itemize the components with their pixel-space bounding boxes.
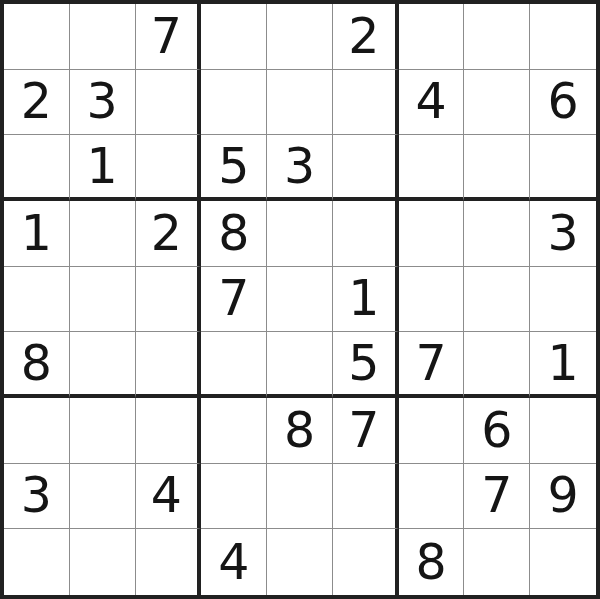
given-digit-r8c8[interactable]: 7: [464, 464, 530, 530]
given-digit-r6c6[interactable]: 5: [333, 332, 399, 398]
given-digit-r4c9[interactable]: 3: [530, 201, 596, 267]
cell-r9c5[interactable]: [267, 529, 333, 595]
sudoku-board: 7223461531283718571876347948: [0, 0, 600, 599]
cell-r1c8[interactable]: [464, 4, 530, 70]
cell-r6c5[interactable]: [267, 332, 333, 398]
cell-r1c2[interactable]: [70, 4, 136, 70]
cell-r6c8[interactable]: [464, 332, 530, 398]
cell-r8c5[interactable]: [267, 464, 333, 530]
cell-r6c2[interactable]: [70, 332, 136, 398]
cell-r7c9[interactable]: [530, 398, 596, 464]
cell-r3c3[interactable]: [136, 135, 202, 201]
given-digit-r7c6[interactable]: 7: [333, 398, 399, 464]
cell-r1c4[interactable]: [201, 4, 267, 70]
cell-r2c4[interactable]: [201, 70, 267, 136]
cell-r7c4[interactable]: [201, 398, 267, 464]
given-digit-r9c4[interactable]: 4: [201, 529, 267, 595]
cell-r6c4[interactable]: [201, 332, 267, 398]
cell-r1c9[interactable]: [530, 4, 596, 70]
cell-r7c3[interactable]: [136, 398, 202, 464]
given-digit-r4c4[interactable]: 8: [201, 201, 267, 267]
cell-r7c7[interactable]: [399, 398, 465, 464]
cell-r7c2[interactable]: [70, 398, 136, 464]
given-digit-r6c7[interactable]: 7: [399, 332, 465, 398]
cell-r3c6[interactable]: [333, 135, 399, 201]
cell-r1c5[interactable]: [267, 4, 333, 70]
cell-r2c8[interactable]: [464, 70, 530, 136]
cell-r5c8[interactable]: [464, 267, 530, 333]
given-digit-r4c3[interactable]: 2: [136, 201, 202, 267]
given-digit-r6c9[interactable]: 1: [530, 332, 596, 398]
given-digit-r8c1[interactable]: 3: [4, 464, 70, 530]
cell-r3c9[interactable]: [530, 135, 596, 201]
cell-r6c3[interactable]: [136, 332, 202, 398]
cell-r4c8[interactable]: [464, 201, 530, 267]
cell-r1c1[interactable]: [4, 4, 70, 70]
cell-r3c8[interactable]: [464, 135, 530, 201]
given-digit-r7c8[interactable]: 6: [464, 398, 530, 464]
given-digit-r5c6[interactable]: 1: [333, 267, 399, 333]
cell-r3c7[interactable]: [399, 135, 465, 201]
given-digit-r6c1[interactable]: 8: [4, 332, 70, 398]
cell-r3c1[interactable]: [4, 135, 70, 201]
cell-r2c6[interactable]: [333, 70, 399, 136]
given-digit-r1c3[interactable]: 7: [136, 4, 202, 70]
cell-r9c3[interactable]: [136, 529, 202, 595]
given-digit-r3c5[interactable]: 3: [267, 135, 333, 201]
cell-r8c6[interactable]: [333, 464, 399, 530]
cell-r4c6[interactable]: [333, 201, 399, 267]
cell-r5c3[interactable]: [136, 267, 202, 333]
given-digit-r9c7[interactable]: 8: [399, 529, 465, 595]
given-digit-r2c7[interactable]: 4: [399, 70, 465, 136]
cell-r9c8[interactable]: [464, 529, 530, 595]
given-digit-r7c5[interactable]: 8: [267, 398, 333, 464]
cell-r5c5[interactable]: [267, 267, 333, 333]
given-digit-r8c3[interactable]: 4: [136, 464, 202, 530]
given-digit-r5c4[interactable]: 7: [201, 267, 267, 333]
cell-r9c2[interactable]: [70, 529, 136, 595]
cell-r7c1[interactable]: [4, 398, 70, 464]
given-digit-r2c1[interactable]: 2: [4, 70, 70, 136]
cell-r5c7[interactable]: [399, 267, 465, 333]
given-digit-r2c2[interactable]: 3: [70, 70, 136, 136]
cell-r2c5[interactable]: [267, 70, 333, 136]
cell-r8c2[interactable]: [70, 464, 136, 530]
cell-r4c5[interactable]: [267, 201, 333, 267]
cell-r1c7[interactable]: [399, 4, 465, 70]
given-digit-r3c4[interactable]: 5: [201, 135, 267, 201]
cell-r5c9[interactable]: [530, 267, 596, 333]
cell-r9c9[interactable]: [530, 529, 596, 595]
cell-r9c1[interactable]: [4, 529, 70, 595]
cell-r8c4[interactable]: [201, 464, 267, 530]
cell-r8c7[interactable]: [399, 464, 465, 530]
cell-r4c2[interactable]: [70, 201, 136, 267]
given-digit-r8c9[interactable]: 9: [530, 464, 596, 530]
cell-r5c2[interactable]: [70, 267, 136, 333]
given-digit-r4c1[interactable]: 1: [4, 201, 70, 267]
cell-r5c1[interactable]: [4, 267, 70, 333]
given-digit-r1c6[interactable]: 2: [333, 4, 399, 70]
cell-r2c3[interactable]: [136, 70, 202, 136]
given-digit-r2c9[interactable]: 6: [530, 70, 596, 136]
cell-r4c7[interactable]: [399, 201, 465, 267]
given-digit-r3c2[interactable]: 1: [70, 135, 136, 201]
cell-r9c6[interactable]: [333, 529, 399, 595]
